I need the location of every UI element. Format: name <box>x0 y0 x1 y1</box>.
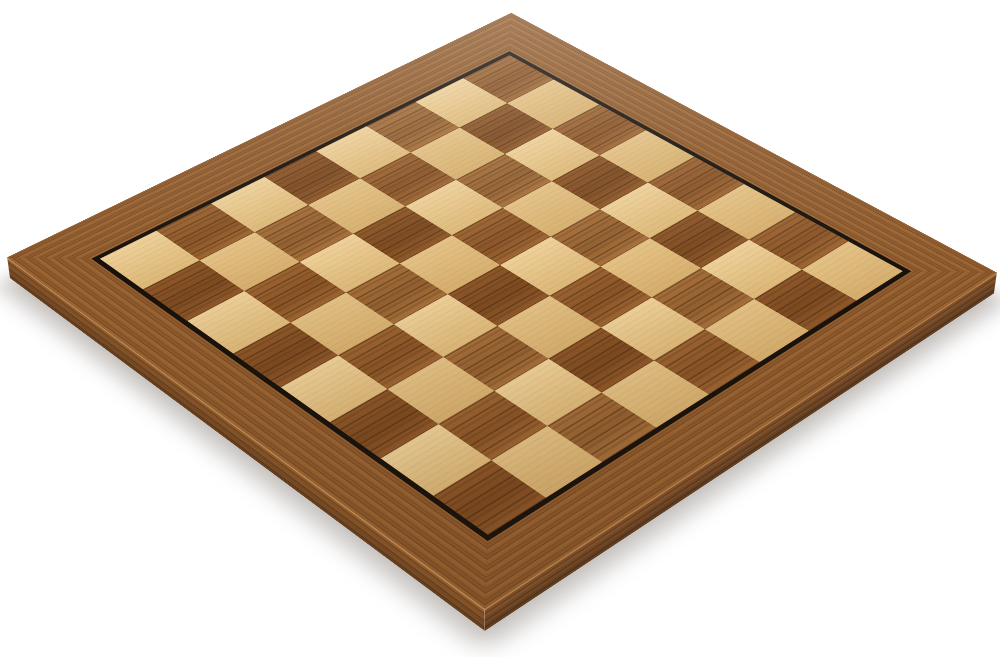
chessboard <box>7 13 997 609</box>
playing-field <box>100 55 903 534</box>
board-scene <box>150 0 850 615</box>
chessboard-product-photo <box>0 0 1000 657</box>
